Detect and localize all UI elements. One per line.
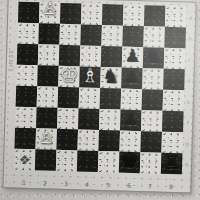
square-a6[interactable] <box>123 5 145 27</box>
square-f5[interactable] <box>99 109 121 131</box>
square-d2[interactable] <box>37 65 59 87</box>
file-label-d: d <box>184 77 193 83</box>
square-f7[interactable] <box>141 110 163 132</box>
square-e5[interactable] <box>100 88 122 110</box>
file-label-a: a <box>186 14 195 20</box>
photo-background: ♙♟♞♔♗♞♟♟♙❖♚♜ 12345678 abcdefgh CHESS <box>0 0 200 200</box>
square-b4[interactable] <box>80 24 102 46</box>
square-d3[interactable]: ♔ <box>58 66 80 88</box>
square-g3[interactable] <box>56 129 78 151</box>
square-f8[interactable] <box>162 111 184 133</box>
square-b5[interactable] <box>101 25 123 47</box>
square-g2[interactable]: ♙ <box>35 128 57 150</box>
square-e3[interactable] <box>58 87 80 109</box>
board-logo-emblem: ❖ <box>19 153 31 166</box>
square-a3[interactable] <box>60 3 82 25</box>
square-g7[interactable] <box>140 131 162 153</box>
piece-black-pawn-c6[interactable]: ♟ <box>125 47 141 64</box>
file-label-f: f <box>183 119 192 125</box>
square-g5[interactable] <box>98 130 120 152</box>
square-e7[interactable] <box>142 89 164 111</box>
square-a5[interactable] <box>102 4 124 26</box>
square-b8[interactable] <box>164 27 186 49</box>
square-b2[interactable] <box>38 23 60 45</box>
square-f6[interactable]: ♟ <box>120 110 142 132</box>
board-grid: ♙♟♞♔♗♞♟♟♙❖♚♜ <box>14 2 187 175</box>
square-a2[interactable]: ♙ <box>39 2 61 24</box>
square-g4[interactable] <box>77 129 99 151</box>
square-c6[interactable]: ♟ <box>122 47 144 69</box>
square-b1[interactable] <box>17 23 39 45</box>
square-h8[interactable]: ♜ <box>161 153 183 175</box>
rank-label-3: 3 <box>55 180 76 188</box>
square-h1[interactable]: ❖ <box>14 149 36 171</box>
rank-label-5: 5 <box>97 181 118 189</box>
square-a7[interactable] <box>144 5 166 27</box>
square-a4[interactable] <box>81 3 103 25</box>
square-f2[interactable] <box>36 107 58 129</box>
file-label-e: e <box>184 98 193 104</box>
piece-black-knight-c7[interactable]: ♞ <box>145 46 163 65</box>
piece-white-pawn-g2[interactable]: ♙ <box>38 129 54 146</box>
rank-labels-bottom: 12345678 <box>13 179 181 191</box>
rank-label-8: 8 <box>160 183 181 191</box>
piece-black-pawn-d6[interactable]: ♟ <box>124 68 140 85</box>
rank-label-4: 4 <box>76 180 97 188</box>
square-c2[interactable] <box>38 44 60 66</box>
rank-label-7: 7 <box>139 182 160 190</box>
square-e4[interactable] <box>79 87 101 109</box>
square-c8[interactable] <box>164 48 186 70</box>
piece-white-bishop-d4[interactable]: ♗ <box>81 66 99 85</box>
square-e8[interactable] <box>163 90 185 112</box>
rank-label-6: 6 <box>118 182 139 190</box>
piece-white-king-d3[interactable]: ♔ <box>59 64 78 86</box>
square-h5[interactable] <box>98 151 120 173</box>
square-a1[interactable] <box>18 2 40 24</box>
square-c7[interactable]: ♞ <box>143 47 165 69</box>
file-label-c: c <box>185 56 194 62</box>
file-label-g: g <box>183 140 192 146</box>
board-brand-text: CHESS <box>8 49 15 71</box>
square-e6[interactable] <box>121 89 143 111</box>
square-d5[interactable]: ♞ <box>100 67 122 89</box>
square-a8[interactable] <box>165 6 187 28</box>
piece-white-pawn-a2[interactable]: ♙ <box>42 0 58 17</box>
square-e1[interactable] <box>16 86 38 108</box>
square-c1[interactable] <box>17 44 39 66</box>
square-e2[interactable] <box>37 86 59 108</box>
square-d7[interactable] <box>142 68 164 90</box>
rank-label-2: 2 <box>34 179 55 187</box>
piece-black-king-h6[interactable]: ♚ <box>120 150 139 172</box>
square-d4[interactable]: ♗ <box>79 66 101 88</box>
square-d8[interactable] <box>163 69 185 91</box>
square-h4[interactable] <box>77 150 99 172</box>
file-label-h: h <box>182 161 191 167</box>
square-d6[interactable]: ♟ <box>121 68 143 90</box>
square-h6[interactable]: ♚ <box>119 152 141 174</box>
square-h3[interactable] <box>56 150 78 172</box>
square-b6[interactable] <box>122 26 144 48</box>
piece-black-pawn-f6[interactable]: ♟ <box>123 110 139 127</box>
square-g1[interactable] <box>14 128 36 150</box>
chess-board: ♙♟♞♔♗♞♟♟♙❖♚♜ 12345678 abcdefgh CHESS <box>3 0 195 193</box>
square-d1[interactable] <box>16 65 38 87</box>
piece-black-rook-h8[interactable]: ♜ <box>163 152 181 171</box>
file-label-b: b <box>186 35 195 41</box>
square-f3[interactable] <box>57 108 79 130</box>
piece-black-knight-d5[interactable]: ♞ <box>102 66 120 85</box>
square-h7[interactable] <box>140 152 162 174</box>
rank-label-1: 1 <box>13 179 34 187</box>
square-f1[interactable] <box>15 107 37 129</box>
square-h2[interactable] <box>35 149 57 171</box>
square-b3[interactable] <box>59 24 81 46</box>
square-f4[interactable] <box>78 108 100 130</box>
